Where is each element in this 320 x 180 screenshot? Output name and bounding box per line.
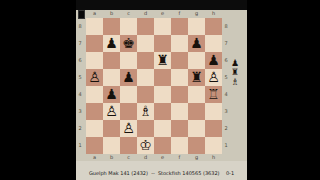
square-c2-white-pawn: ♙	[120, 120, 137, 137]
square-b1	[103, 137, 120, 154]
square-f5	[171, 69, 188, 86]
file-label-h: h	[205, 11, 222, 16]
square-h5-white-pawn: ♙	[205, 69, 222, 86]
square-d4	[137, 86, 154, 103]
square-b8	[103, 18, 120, 35]
square-g4	[188, 86, 205, 103]
square-b5	[103, 69, 120, 86]
square-a2	[86, 120, 103, 137]
rank-label-7: 7	[76, 35, 84, 52]
square-e5	[154, 69, 171, 86]
top-spacer	[76, 0, 247, 10]
rank-label-3: 3	[222, 103, 230, 120]
rank-label-4: 4	[76, 86, 84, 103]
rank-label-2: 2	[222, 120, 230, 137]
black-to-move-indicator	[78, 10, 85, 19]
captured-material-tray: ♟♜♗	[231, 59, 239, 87]
square-f2	[171, 120, 188, 137]
rank-label-1: 1	[222, 137, 230, 154]
square-a1	[86, 137, 103, 154]
file-label-g: g	[188, 155, 205, 160]
file-label-f: f	[171, 155, 188, 160]
file-label-d: d	[137, 11, 154, 16]
rank-label-6: 6	[222, 52, 230, 69]
square-c3	[120, 103, 137, 120]
file-labels-bottom: abcdefgh	[76, 154, 247, 161]
square-c8	[120, 18, 137, 35]
board-frame: abcdefgh 87654321 ♟♚♟♜♟♙♟♜♙♟♖♙♗♙♔ 876543…	[76, 10, 247, 161]
file-labels-top: abcdefgh	[76, 10, 247, 18]
chess-gui-content: abcdefgh 87654321 ♟♚♟♜♟♙♟♜♙♟♖♙♗♙♔ 876543…	[76, 0, 247, 180]
square-b7-black-pawn: ♟	[103, 35, 120, 52]
square-h3	[205, 103, 222, 120]
square-d7	[137, 35, 154, 52]
board-band: 87654321 ♟♚♟♜♟♙♟♜♙♟♖♙♗♙♔ 87654321 ♟♜♗	[76, 18, 247, 154]
square-f7	[171, 35, 188, 52]
square-b4-black-pawn: ♟	[103, 86, 120, 103]
video-frame: abcdefgh 87654321 ♟♚♟♜♟♙♟♜♙♟♖♙♗♙♔ 876543…	[0, 0, 320, 180]
square-a5-white-pawn: ♙	[86, 69, 103, 86]
file-label-c: c	[120, 11, 137, 16]
square-d3-white-bishop: ♗	[137, 103, 154, 120]
square-f6	[171, 52, 188, 69]
square-e3	[154, 103, 171, 120]
square-h1	[205, 137, 222, 154]
rank-label-8: 8	[222, 18, 230, 35]
file-label-b: b	[103, 155, 120, 160]
engine-info-panel: Guelph Mak 141 (2432) -- Stockfish 14056…	[76, 161, 247, 180]
players-result-line: Guelph Mak 141 (2432) -- Stockfish 14056…	[78, 171, 245, 176]
tray-white-bishop: ♗	[231, 78, 239, 87]
square-c5-black-pawn: ♟	[120, 69, 137, 86]
rank-labels-left: 87654321	[76, 18, 86, 154]
square-b6	[103, 52, 120, 69]
square-a3	[86, 103, 103, 120]
square-e1	[154, 137, 171, 154]
file-label-e: e	[154, 11, 171, 16]
square-h6-black-pawn: ♟	[205, 52, 222, 69]
rank-label-3: 3	[76, 103, 84, 120]
square-g2	[188, 120, 205, 137]
file-label-f: f	[171, 11, 188, 16]
square-c6	[120, 52, 137, 69]
square-h7	[205, 35, 222, 52]
square-c1	[120, 137, 137, 154]
square-h2	[205, 120, 222, 137]
file-label-e: e	[154, 155, 171, 160]
square-f4	[171, 86, 188, 103]
square-h4-white-rook: ♖	[205, 86, 222, 103]
square-g7-black-pawn: ♟	[188, 35, 205, 52]
file-label-a: a	[86, 11, 103, 16]
square-g6	[188, 52, 205, 69]
square-h8	[205, 18, 222, 35]
square-a8	[86, 18, 103, 35]
square-e4	[154, 86, 171, 103]
square-e6-black-rook: ♜	[154, 52, 171, 69]
square-g5-black-rook: ♜	[188, 69, 205, 86]
chessboard-grid: ♟♚♟♜♟♙♟♜♙♟♖♙♗♙♔	[86, 18, 222, 154]
file-label-g: g	[188, 11, 205, 16]
square-a4	[86, 86, 103, 103]
file-label-d: d	[137, 155, 154, 160]
rank-label-6: 6	[76, 52, 84, 69]
square-g8	[188, 18, 205, 35]
square-b2	[103, 120, 120, 137]
square-g1	[188, 137, 205, 154]
file-label-c: c	[120, 155, 137, 160]
square-e2	[154, 120, 171, 137]
square-g3	[188, 103, 205, 120]
rank-label-1: 1	[76, 137, 84, 154]
file-label-a: a	[86, 155, 103, 160]
square-c4	[120, 86, 137, 103]
square-e8	[154, 18, 171, 35]
file-label-b: b	[103, 11, 120, 16]
square-f3	[171, 103, 188, 120]
rank-label-8: 8	[76, 18, 84, 35]
square-d5	[137, 69, 154, 86]
rank-label-5: 5	[222, 69, 230, 86]
rank-label-7: 7	[222, 35, 230, 52]
square-d8	[137, 18, 154, 35]
square-f1	[171, 137, 188, 154]
square-e7	[154, 35, 171, 52]
rank-label-2: 2	[76, 120, 84, 137]
square-c7-black-king: ♚	[120, 35, 137, 52]
rank-label-4: 4	[222, 86, 230, 103]
rank-label-5: 5	[76, 69, 84, 86]
square-a6	[86, 52, 103, 69]
square-a7	[86, 35, 103, 52]
pillarbox-right	[247, 0, 320, 180]
file-label-h: h	[205, 155, 222, 160]
square-d1-white-king: ♔	[137, 137, 154, 154]
pillarbox-left	[0, 0, 76, 180]
square-d2	[137, 120, 154, 137]
right-margin: 87654321 ♟♜♗	[222, 18, 247, 154]
square-b3-white-pawn: ♙	[103, 103, 120, 120]
square-d6	[137, 52, 154, 69]
square-f8	[171, 18, 188, 35]
